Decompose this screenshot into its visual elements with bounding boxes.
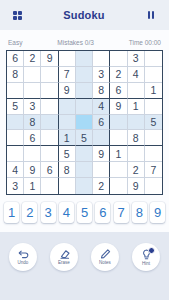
- cell-r7c4[interactable]: 5: [59, 146, 76, 162]
- cell-r7c9[interactable]: [145, 146, 162, 162]
- cell-r5c4[interactable]: [59, 115, 76, 131]
- cell-r3c7[interactable]: 6: [110, 83, 127, 99]
- cell-r7c2[interactable]: [24, 146, 41, 162]
- cell-r9c9[interactable]: [145, 178, 162, 194]
- cell-r4c7[interactable]: 9: [110, 99, 127, 115]
- cell-r8c4[interactable]: 8: [59, 162, 76, 178]
- cell-r9c7[interactable]: [110, 178, 127, 194]
- cell-r6c2[interactable]: 6: [24, 130, 41, 146]
- cell-r1c6[interactable]: [93, 51, 110, 67]
- cell-r2c9[interactable]: [145, 67, 162, 83]
- erase-button[interactable]: Erase: [50, 243, 78, 271]
- cell-r9c5[interactable]: [76, 178, 93, 194]
- erase-label: Erase: [58, 260, 70, 265]
- cell-r2c2[interactable]: [24, 67, 41, 83]
- numpad-key-4[interactable]: 4: [59, 202, 74, 223]
- cell-r2c7[interactable]: 2: [110, 67, 127, 83]
- header: Sudoku: [0, 0, 169, 30]
- cell-r4c4[interactable]: [59, 99, 76, 115]
- cell-r5c5[interactable]: [76, 115, 93, 131]
- cell-r5c8[interactable]: [128, 115, 145, 131]
- numpad-key-7[interactable]: 7: [114, 202, 129, 223]
- apps-grid-icon[interactable]: [13, 11, 22, 20]
- cell-r1c8[interactable]: 3: [128, 51, 145, 67]
- cell-r9c4[interactable]: [59, 178, 76, 194]
- cell-r5c1[interactable]: [7, 115, 24, 131]
- cell-r9c8[interactable]: 9: [128, 178, 145, 194]
- cell-r8c3[interactable]: 6: [41, 162, 58, 178]
- page-title: Sudoku: [63, 9, 105, 21]
- cell-r2c3[interactable]: [41, 67, 58, 83]
- cell-r5c2[interactable]: 8: [24, 115, 41, 131]
- cell-r9c2[interactable]: 1: [24, 178, 41, 194]
- cell-r1c3[interactable]: 9: [41, 51, 58, 67]
- hint-button[interactable]: Hint: [132, 243, 160, 271]
- cell-r3c1[interactable]: [7, 83, 24, 99]
- cell-r6c6[interactable]: [93, 130, 110, 146]
- cell-r9c6[interactable]: 2: [93, 178, 110, 194]
- cell-r7c7[interactable]: 1: [110, 146, 127, 162]
- cell-r8c6[interactable]: [93, 162, 110, 178]
- cell-r4c9[interactable]: [145, 99, 162, 115]
- cell-r3c8[interactable]: [128, 83, 145, 99]
- cell-r8c1[interactable]: 4: [7, 162, 24, 178]
- undo-button[interactable]: Undo: [9, 243, 37, 271]
- cell-r1c4[interactable]: [59, 51, 76, 67]
- board: 62938732498615349186561585914968273129: [6, 50, 163, 195]
- cell-r3c3[interactable]: [41, 83, 58, 99]
- cell-r6c9[interactable]: [145, 130, 162, 146]
- cell-r4c5[interactable]: [76, 99, 93, 115]
- cell-r5c6[interactable]: 6: [93, 115, 110, 131]
- cell-r8c5[interactable]: [76, 162, 93, 178]
- cell-r5c3[interactable]: [41, 115, 58, 131]
- cell-r4c8[interactable]: 1: [128, 99, 145, 115]
- cell-r1c2[interactable]: 2: [24, 51, 41, 67]
- eraser-icon: [59, 249, 70, 259]
- cell-r2c8[interactable]: 4: [128, 67, 145, 83]
- cell-r6c8[interactable]: 8: [128, 130, 145, 146]
- numpad-key-9[interactable]: 9: [150, 202, 165, 223]
- cell-r1c7[interactable]: [110, 51, 127, 67]
- cell-r4c6[interactable]: 4: [93, 99, 110, 115]
- cell-r8c9[interactable]: 7: [145, 162, 162, 178]
- cell-r8c2[interactable]: 9: [24, 162, 41, 178]
- cell-r5c9[interactable]: 5: [145, 115, 162, 131]
- status-difficulty: Easy: [8, 39, 22, 46]
- undo-icon: [18, 250, 29, 259]
- notes-button[interactable]: Notes: [91, 243, 119, 271]
- cell-r7c1[interactable]: [7, 146, 24, 162]
- status-time: Time 00:00: [129, 39, 161, 46]
- number-pad: 123456789: [4, 202, 165, 223]
- cell-r6c4[interactable]: 1: [59, 130, 76, 146]
- pause-icon[interactable]: [146, 9, 156, 21]
- hint-label: Hint: [142, 261, 150, 266]
- pencil-icon: [100, 249, 111, 259]
- cell-r3c5[interactable]: [76, 83, 93, 99]
- cell-r2c5[interactable]: [76, 67, 93, 83]
- numpad-key-5[interactable]: 5: [77, 202, 92, 223]
- cell-r8c8[interactable]: 2: [128, 162, 145, 178]
- cell-r1c9[interactable]: [145, 51, 162, 67]
- apps-grid-square: [13, 11, 17, 15]
- status-mistakes: Mistakes 0/3: [57, 39, 94, 46]
- cell-r2c1[interactable]: 8: [7, 67, 24, 83]
- apps-grid-square: [18, 11, 22, 15]
- cell-r4c2[interactable]: 3: [24, 99, 41, 115]
- cell-r5c7[interactable]: [110, 115, 127, 131]
- numpad-key-8[interactable]: 8: [132, 202, 147, 223]
- apps-grid-square: [13, 16, 17, 20]
- numpad-key-3[interactable]: 3: [41, 202, 56, 223]
- cell-r3c2[interactable]: [24, 83, 41, 99]
- cell-r2c6[interactable]: 3: [93, 67, 110, 83]
- cell-r7c6[interactable]: 9: [93, 146, 110, 162]
- cell-r7c8[interactable]: [128, 146, 145, 162]
- cell-r3c4[interactable]: 9: [59, 83, 76, 99]
- apps-grid-square: [18, 16, 22, 20]
- numpad-key-2[interactable]: 2: [22, 202, 37, 223]
- cell-r3c9[interactable]: 1: [145, 83, 162, 99]
- bottom-toolbar: Undo Erase Notes Hint: [0, 232, 169, 300]
- cell-r8c7[interactable]: [110, 162, 127, 178]
- status-bar: Easy Mistakes 0/3 Time 00:00: [8, 39, 161, 46]
- cell-r6c3[interactable]: [41, 130, 58, 146]
- cell-r7c5[interactable]: [76, 146, 93, 162]
- cell-r9c1[interactable]: 3: [7, 178, 24, 194]
- numpad-key-1[interactable]: 1: [4, 202, 19, 223]
- cell-r2c4[interactable]: 7: [59, 67, 76, 83]
- cell-r6c5[interactable]: 5: [76, 130, 93, 146]
- cell-r9c3[interactable]: [41, 178, 58, 194]
- numpad-key-6[interactable]: 6: [95, 202, 110, 223]
- cell-r4c1[interactable]: 5: [7, 99, 24, 115]
- cell-r6c7[interactable]: [110, 130, 127, 146]
- undo-label: Undo: [18, 260, 29, 265]
- cell-r1c5[interactable]: [76, 51, 93, 67]
- hint-badge: [148, 247, 155, 254]
- cell-r1c1[interactable]: 6: [7, 51, 24, 67]
- cell-r6c1[interactable]: [7, 130, 24, 146]
- cell-r4c3[interactable]: [41, 99, 58, 115]
- notes-label: Notes: [99, 260, 111, 265]
- cell-r3c6[interactable]: 8: [93, 83, 110, 99]
- cell-r7c3[interactable]: [41, 146, 58, 162]
